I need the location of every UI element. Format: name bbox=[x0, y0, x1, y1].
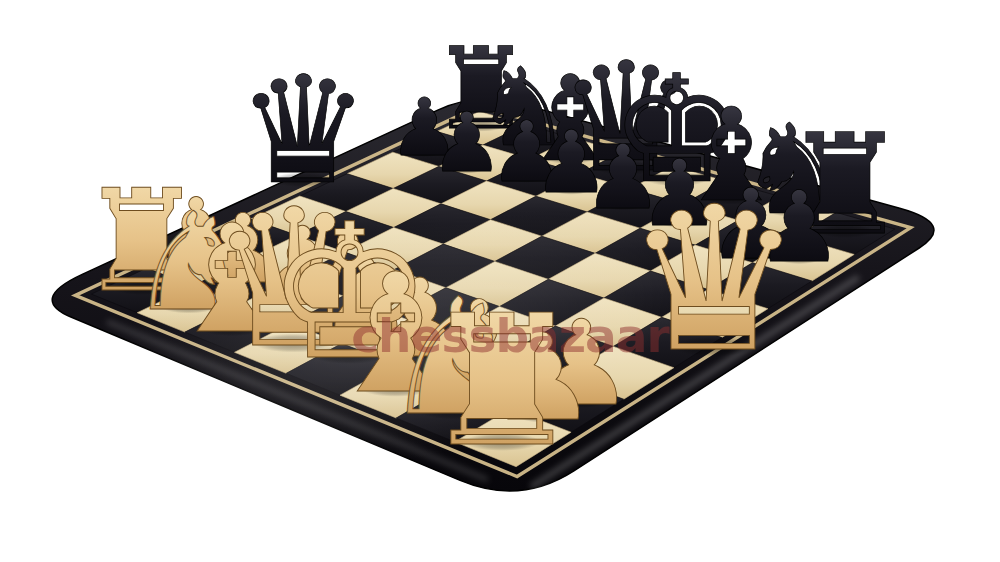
chess-set-product-photo: ♜♞♟♝♛♟♟♚♛♟♝♟♞♟♜♟♟♟♟♜♟♞♝♟♛♛♟♚♟♝♟♞♟♜chessb… bbox=[0, 0, 1000, 562]
chess-board: ♜♞♟♝♛♟♟♚♛♟♝♟♞♟♜♟♟♟♟♜♟♞♝♟♛♛♟♚♟♝♟♞♟♜chessb… bbox=[0, 0, 1000, 562]
watermark-text: chessbazaar bbox=[351, 308, 670, 363]
